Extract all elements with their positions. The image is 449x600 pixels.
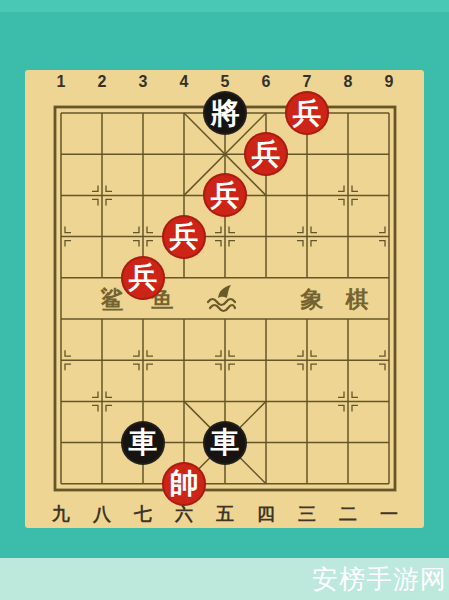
rank-label-bottom: 四: [252, 502, 280, 526]
xiangqi-board[interactable]: 123456789 九八七六五四三二一 鲨鱼象棋 將兵兵兵兵兵車車帥: [25, 70, 424, 528]
rank-label-bottom: 五: [211, 502, 239, 526]
piece-red-soldier[interactable]: 兵: [162, 215, 206, 259]
watermark-band: 安榜手游网: [0, 558, 449, 600]
rank-label-bottom: 九: [47, 502, 75, 526]
file-label-top: 3: [131, 73, 155, 91]
file-label-top: 6: [254, 73, 278, 91]
rank-label-bottom: 八: [88, 502, 116, 526]
piece-black-chariot[interactable]: 車: [203, 421, 247, 465]
piece-black-chariot[interactable]: 車: [121, 421, 165, 465]
file-label-top: 2: [90, 73, 114, 91]
rank-label-bottom: 三: [293, 502, 321, 526]
rank-label-bottom: 二: [334, 502, 362, 526]
file-label-top: 7: [295, 73, 319, 91]
river-brand-char: 鲨: [101, 284, 124, 315]
file-label-top: 1: [49, 73, 73, 91]
file-label-top: 4: [172, 73, 196, 91]
piece-red-soldier[interactable]: 兵: [203, 173, 247, 217]
file-label-top: 5: [213, 73, 237, 91]
piece-red-general[interactable]: 帥: [162, 462, 206, 506]
file-label-top: 8: [336, 73, 360, 91]
screenshot-root: 123456789 九八七六五四三二一 鲨鱼象棋 將兵兵兵兵兵車車帥 安榜手游网: [0, 0, 449, 600]
shark-fin-wave-icon: [203, 283, 241, 313]
file-label-top: 9: [377, 73, 401, 91]
watermark-text: 安榜手游网: [312, 562, 449, 597]
piece-red-soldier[interactable]: 兵: [285, 91, 329, 135]
piece-red-soldier[interactable]: 兵: [121, 256, 165, 300]
piece-red-soldier[interactable]: 兵: [244, 132, 288, 176]
river-brand-char: 象: [301, 284, 324, 315]
piece-black-general[interactable]: 將: [203, 91, 247, 135]
rank-label-bottom: 一: [375, 502, 403, 526]
rank-label-bottom: 七: [129, 502, 157, 526]
river-brand-char: 棋: [346, 284, 369, 315]
